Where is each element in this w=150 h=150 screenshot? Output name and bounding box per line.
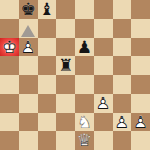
square-c7[interactable] xyxy=(38,19,57,38)
white-pawn-outline-glyph: ♙ xyxy=(131,113,150,132)
square-d3[interactable] xyxy=(56,94,75,113)
black-pawn-glyph: ♟ xyxy=(75,38,94,57)
square-g6[interactable] xyxy=(113,38,132,57)
square-b6[interactable]: ♟♙ xyxy=(19,38,38,57)
square-d4[interactable] xyxy=(56,75,75,94)
square-h3[interactable] xyxy=(131,94,150,113)
square-f3[interactable]: ♟♙ xyxy=(94,94,113,113)
square-a1[interactable] xyxy=(0,131,19,150)
square-b1[interactable] xyxy=(19,131,38,150)
square-c4[interactable] xyxy=(38,75,57,94)
square-h5[interactable] xyxy=(131,56,150,75)
square-g2[interactable]: ♟♙ xyxy=(113,113,132,132)
square-a5[interactable] xyxy=(0,56,19,75)
square-d2[interactable] xyxy=(56,113,75,132)
square-b4[interactable] xyxy=(19,75,38,94)
chess-board: ♚♝♚♔♟♙♟♜♟♙♞♘♟♙♟♙♛♕ xyxy=(0,0,150,150)
square-b2[interactable] xyxy=(19,113,38,132)
white-pawn-piece[interactable]: ♟♙ xyxy=(113,113,132,132)
white-king-outline-glyph: ♔ xyxy=(0,38,19,57)
black-rook-piece[interactable]: ♜ xyxy=(56,56,75,75)
square-b5[interactable] xyxy=(19,56,38,75)
square-d1[interactable] xyxy=(56,131,75,150)
square-c8[interactable]: ♝ xyxy=(38,0,57,19)
square-a4[interactable] xyxy=(0,75,19,94)
black-rook-glyph: ♜ xyxy=(56,56,75,75)
square-c1[interactable] xyxy=(38,131,57,150)
square-g3[interactable] xyxy=(113,94,132,113)
square-a7[interactable] xyxy=(0,19,19,38)
white-pawn-outline-glyph: ♙ xyxy=(94,94,113,113)
square-f8[interactable] xyxy=(94,0,113,19)
square-c5[interactable] xyxy=(38,56,57,75)
white-pawn-outline-glyph: ♙ xyxy=(19,38,38,57)
square-h4[interactable] xyxy=(131,75,150,94)
square-e2[interactable]: ♞♘ xyxy=(75,113,94,132)
square-h2[interactable]: ♟♙ xyxy=(131,113,150,132)
square-a3[interactable] xyxy=(0,94,19,113)
white-knight-outline-glyph: ♘ xyxy=(75,113,94,132)
square-a2[interactable] xyxy=(0,113,19,132)
square-e6[interactable]: ♟ xyxy=(75,38,94,57)
square-e8[interactable] xyxy=(75,0,94,19)
square-h6[interactable] xyxy=(131,38,150,57)
square-b8[interactable]: ♚ xyxy=(19,0,38,19)
black-king-piece[interactable]: ♚ xyxy=(19,0,38,19)
square-h8[interactable] xyxy=(131,0,150,19)
square-e3[interactable] xyxy=(75,94,94,113)
white-pawn-piece[interactable]: ♟♙ xyxy=(94,94,113,113)
white-knight-piece[interactable]: ♞♘ xyxy=(75,113,94,132)
square-a6-check-highlight[interactable]: ♚♔ xyxy=(0,38,19,57)
square-f7[interactable] xyxy=(94,19,113,38)
white-queen-piece[interactable]: ♛♕ xyxy=(75,131,94,150)
square-e4[interactable] xyxy=(75,75,94,94)
white-pawn-outline-glyph: ♙ xyxy=(113,113,132,132)
square-f5[interactable] xyxy=(94,56,113,75)
square-b3[interactable] xyxy=(19,94,38,113)
square-f4[interactable] xyxy=(94,75,113,94)
square-g1[interactable] xyxy=(113,131,132,150)
square-d8[interactable] xyxy=(56,0,75,19)
square-g5[interactable] xyxy=(113,56,132,75)
square-g4[interactable] xyxy=(113,75,132,94)
square-e1[interactable]: ♛♕ xyxy=(75,131,94,150)
square-d6[interactable] xyxy=(56,38,75,57)
square-f6[interactable] xyxy=(94,38,113,57)
square-h7[interactable] xyxy=(131,19,150,38)
square-c6[interactable] xyxy=(38,38,57,57)
square-c3[interactable] xyxy=(38,94,57,113)
black-pawn-piece[interactable]: ♟ xyxy=(75,38,94,57)
square-e5[interactable] xyxy=(75,56,94,75)
black-king-glyph: ♚ xyxy=(19,0,38,19)
black-bishop-piece[interactable]: ♝ xyxy=(38,0,57,19)
square-d7[interactable] xyxy=(56,19,75,38)
square-d5[interactable]: ♜ xyxy=(56,56,75,75)
white-king-piece[interactable]: ♚♔ xyxy=(0,38,19,57)
square-f1[interactable] xyxy=(94,131,113,150)
white-pawn-piece[interactable]: ♟♙ xyxy=(19,38,38,57)
square-e7[interactable] xyxy=(75,19,94,38)
square-b7[interactable] xyxy=(19,19,38,38)
square-c2[interactable] xyxy=(38,113,57,132)
square-g8[interactable] xyxy=(113,0,132,19)
white-pawn-piece[interactable]: ♟♙ xyxy=(131,113,150,132)
square-g7[interactable] xyxy=(113,19,132,38)
square-a8[interactable] xyxy=(0,0,19,19)
square-h1[interactable] xyxy=(131,131,150,150)
square-f2[interactable] xyxy=(94,113,113,132)
move-arrowhead-icon xyxy=(21,25,35,37)
white-queen-outline-glyph: ♕ xyxy=(75,131,94,150)
black-bishop-glyph: ♝ xyxy=(38,0,57,19)
